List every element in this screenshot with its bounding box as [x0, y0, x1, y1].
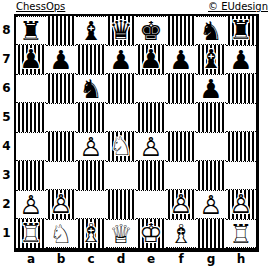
square-b4 — [46, 132, 76, 161]
square-h4 — [226, 132, 256, 161]
piece-white-pawn: ♟♙ — [46, 190, 76, 219]
square-c8: ♝ — [76, 16, 106, 45]
square-c4: ♟♙ — [76, 132, 106, 161]
square-g3 — [196, 161, 226, 190]
piece-white-pawn: ♟♙ — [196, 191, 226, 220]
square-e5 — [136, 103, 166, 132]
piece-glyph: ♙ — [76, 133, 106, 162]
piece-black-pawn: ♟ — [136, 45, 166, 74]
square-c1: ♝♗ — [76, 219, 106, 248]
square-g5 — [196, 103, 226, 132]
piece-glyph: ♙ — [196, 191, 226, 220]
square-g6: ♟ — [196, 74, 226, 103]
piece-glyph: ♟ — [16, 45, 46, 74]
square-b3 — [46, 161, 76, 190]
piece-glyph: ♟ — [106, 46, 136, 75]
piece-glyph: ♘ — [106, 132, 136, 161]
square-e4: ♟♙ — [136, 132, 166, 161]
square-f5 — [166, 103, 196, 132]
square-c6: ♞ — [76, 74, 106, 103]
piece-white-pawn: ♟♙ — [226, 190, 256, 219]
piece-glyph: ♙ — [166, 190, 196, 219]
piece-glyph: ♙ — [16, 191, 46, 220]
piece-glyph: ♟ — [136, 45, 166, 74]
square-b7: ♟ — [46, 45, 76, 74]
file-label-h: h — [226, 251, 256, 267]
piece-white-pawn: ♟♙ — [136, 133, 166, 162]
piece-white-pawn: ♟♙ — [16, 191, 46, 220]
piece-white-rook: ♜♖ — [226, 220, 256, 249]
piece-glyph: ♔ — [136, 219, 166, 248]
square-f2: ♟♙ — [166, 190, 196, 219]
square-h7: ♟ — [226, 45, 256, 74]
square-b5 — [46, 103, 76, 132]
square-g4 — [196, 132, 226, 161]
file-labels: a b c d e f g h — [16, 251, 256, 267]
square-f3 — [166, 161, 196, 190]
piece-black-pawn: ♟ — [166, 46, 196, 75]
piece-black-bishop: ♝ — [76, 17, 106, 46]
app-title-link[interactable]: ChessOps — [16, 0, 65, 13]
piece-glyph: ♟ — [196, 75, 226, 104]
square-h1: ♜♖ — [226, 219, 256, 248]
piece-black-pawn: ♟ — [196, 75, 226, 104]
file-label-b: b — [46, 251, 76, 267]
square-f8 — [166, 16, 196, 45]
piece-glyph: ♘ — [46, 220, 76, 249]
square-b8 — [46, 16, 76, 45]
square-c5 — [76, 103, 106, 132]
piece-glyph: ♟ — [166, 46, 196, 75]
piece-white-pawn: ♟♙ — [76, 133, 106, 162]
square-d5 — [106, 103, 136, 132]
square-f1: ♝♗ — [166, 219, 196, 248]
piece-glyph: ♗ — [76, 219, 106, 248]
square-g7: ♝ — [196, 45, 226, 74]
square-g8: ♞ — [196, 16, 226, 45]
piece-glyph: ♛ — [106, 16, 136, 45]
square-d7: ♟ — [106, 45, 136, 74]
piece-white-king: ♚♔ — [136, 219, 166, 248]
file-label-f: f — [166, 251, 196, 267]
piece-black-king: ♚ — [136, 17, 166, 46]
piece-glyph: ♕ — [106, 220, 136, 249]
piece-glyph: ♝ — [76, 17, 106, 46]
square-h6 — [226, 74, 256, 103]
piece-glyph: ♚ — [136, 17, 166, 46]
piece-black-pawn: ♟ — [226, 46, 256, 75]
piece-glyph: ♜ — [226, 16, 256, 45]
piece-black-pawn: ♟ — [46, 46, 76, 75]
square-h5 — [226, 103, 256, 132]
piece-glyph: ♞ — [76, 75, 106, 104]
square-f7: ♟ — [166, 45, 196, 74]
square-c2 — [76, 190, 106, 219]
piece-black-pawn: ♟ — [16, 45, 46, 74]
piece-white-knight: ♞♘ — [46, 220, 76, 249]
square-a4 — [16, 132, 46, 161]
square-d1: ♛♕ — [106, 219, 136, 248]
chessops-diagram: ChessOps © EUdesign 8 7 6 5 4 3 2 1 ♜♝♛♚… — [0, 0, 270, 270]
square-b1: ♞♘ — [46, 219, 76, 248]
file-label-e: e — [136, 251, 166, 267]
piece-glyph: ♖ — [16, 219, 46, 248]
square-g1 — [196, 219, 226, 248]
piece-glyph: ♟ — [46, 46, 76, 75]
square-a6 — [16, 74, 46, 103]
piece-glyph: ♝ — [196, 45, 226, 74]
square-f6 — [166, 74, 196, 103]
square-h3 — [226, 161, 256, 190]
piece-white-bishop: ♝♗ — [76, 219, 106, 248]
square-d6 — [106, 74, 136, 103]
file-label-g: g — [196, 251, 226, 267]
square-a5 — [16, 103, 46, 132]
square-e6 — [136, 74, 166, 103]
square-c3 — [76, 161, 106, 190]
square-a3 — [16, 161, 46, 190]
file-label-d: d — [106, 251, 136, 267]
square-a7: ♟ — [16, 45, 46, 74]
piece-black-pawn: ♟ — [106, 46, 136, 75]
piece-glyph: ♟ — [226, 46, 256, 75]
rank-labels: 8 7 6 5 4 3 2 1 — [0, 16, 13, 248]
square-c7 — [76, 45, 106, 74]
piece-black-knight: ♞ — [196, 17, 226, 46]
square-f4 — [166, 132, 196, 161]
piece-glyph: ♖ — [226, 220, 256, 249]
piece-glyph: ♜ — [16, 17, 46, 46]
piece-glyph: ♞ — [196, 17, 226, 46]
rank-label-1: 1 — [0, 219, 13, 248]
piece-white-queen: ♛♕ — [106, 220, 136, 249]
square-d8: ♛ — [106, 16, 136, 45]
piece-glyph: ♗ — [166, 220, 196, 249]
square-e7: ♟ — [136, 45, 166, 74]
piece-black-rook: ♜ — [16, 17, 46, 46]
square-d2 — [106, 190, 136, 219]
square-g2: ♟♙ — [196, 190, 226, 219]
rank-label-2: 2 — [0, 190, 13, 219]
file-label-a: a — [16, 251, 46, 267]
piece-glyph: ♙ — [136, 133, 166, 162]
piece-white-rook: ♜♖ — [16, 219, 46, 248]
piece-black-knight: ♞ — [76, 75, 106, 104]
copyright-link[interactable]: © EUdesign — [208, 0, 268, 13]
rank-label-6: 6 — [0, 74, 13, 103]
file-label-c: c — [76, 251, 106, 267]
rank-label-7: 7 — [0, 45, 13, 74]
piece-white-bishop: ♝♗ — [166, 220, 196, 249]
rank-label-8: 8 — [0, 16, 13, 45]
piece-white-knight: ♞♘ — [106, 132, 136, 161]
piece-glyph: ♙ — [46, 190, 76, 219]
square-a8: ♜ — [16, 16, 46, 45]
piece-black-rook: ♜ — [226, 16, 256, 45]
chess-board: ♜♝♛♚♞♜♟♟♟♟♟♝♟♞♟♟♙♞♘♟♙♟♙♟♙♟♙♟♙♟♙♜♖♞♘♝♗♛♕♚… — [14, 14, 259, 252]
square-d4: ♞♘ — [106, 132, 136, 161]
square-h2: ♟♙ — [226, 190, 256, 219]
square-b6 — [46, 74, 76, 103]
square-d3 — [106, 161, 136, 190]
rank-label-4: 4 — [0, 132, 13, 161]
square-e8: ♚ — [136, 16, 166, 45]
piece-white-pawn: ♟♙ — [166, 190, 196, 219]
piece-black-queen: ♛ — [106, 16, 136, 45]
rank-label-5: 5 — [0, 103, 13, 132]
piece-glyph: ♙ — [226, 190, 256, 219]
square-h8: ♜ — [226, 16, 256, 45]
square-a2: ♟♙ — [16, 190, 46, 219]
square-a1: ♜♖ — [16, 219, 46, 248]
square-e3 — [136, 161, 166, 190]
rank-label-3: 3 — [0, 161, 13, 190]
title-bar: ChessOps © EUdesign — [16, 0, 268, 13]
square-b2: ♟♙ — [46, 190, 76, 219]
piece-black-bishop: ♝ — [196, 45, 226, 74]
square-e2 — [136, 190, 166, 219]
square-e1: ♚♔ — [136, 219, 166, 248]
